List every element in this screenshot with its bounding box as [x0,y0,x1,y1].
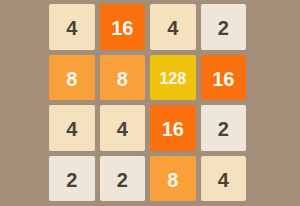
tile-r2c2-8: 8 [100,55,146,101]
tile-r2c4-16: 16 [201,55,247,101]
tile-r2c3-128: 128 [150,55,196,101]
tile-r1c4-2: 2 [201,4,247,50]
tile-r3c2-4: 4 [100,105,146,151]
board-grid[interactable]: 416428812816441622284 [49,4,246,201]
tile-r3c4-2: 2 [201,105,247,151]
tile-r4c4-4: 4 [201,156,247,202]
tile-r1c1-4: 4 [49,4,95,50]
tile-r4c3-8: 8 [150,156,196,202]
game-screen: 416428812816441622284 [0,0,300,206]
tile-r2c1-8: 8 [49,55,95,101]
tile-r3c3-16: 16 [150,105,196,151]
tile-r4c2-2: 2 [100,156,146,202]
tile-r4c1-2: 2 [49,156,95,202]
tile-r1c3-4: 4 [150,4,196,50]
tile-r1c2-16: 16 [100,4,146,50]
tile-r3c1-4: 4 [49,105,95,151]
